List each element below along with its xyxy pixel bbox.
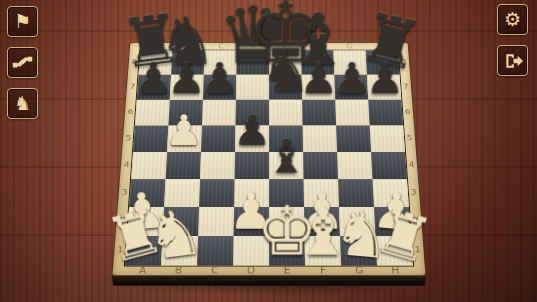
exit-icon [503, 51, 523, 71]
square-g7[interactable]: ♟ [334, 75, 368, 100]
file-label-c: C [196, 266, 232, 275]
piece-black-pawn[interactable]: ♟ [365, 57, 403, 100]
chess-board: ♜♞♛♚♝♜♟♟♟♞♟♟♟♟♟♝♟♟♟♟♜♞♚♝♞♜ 87654321 8765… [112, 43, 425, 276]
square-d4[interactable] [234, 152, 268, 179]
square-c4[interactable] [200, 152, 235, 179]
square-a6[interactable] [134, 100, 169, 126]
rank-label-4: 4 [122, 162, 131, 169]
resign-button[interactable]: ⚑ [7, 6, 38, 37]
square-g6[interactable] [335, 100, 369, 126]
piece-black-pawn[interactable]: ♟ [200, 57, 238, 100]
square-c5[interactable] [201, 126, 235, 152]
toolbar-right: ⚙ [497, 4, 528, 76]
file-label-top-b: B [172, 44, 204, 50]
piece-white-knight[interactable]: ♞ [142, 199, 206, 269]
square-d5[interactable]: ♟ [235, 126, 269, 152]
offer-draw-button[interactable] [7, 47, 38, 78]
flag-icon: ⚑ [14, 12, 31, 31]
square-b5[interactable]: ♟ [167, 126, 202, 152]
settings-button[interactable]: ⚙ [497, 4, 528, 35]
rank-label-8: 8 [130, 59, 138, 65]
square-b4[interactable] [165, 152, 200, 179]
square-f7[interactable]: ♟ [301, 75, 335, 100]
rank-label-4: 4 [407, 162, 416, 169]
square-e6[interactable] [269, 100, 303, 126]
file-label-a: A [124, 266, 161, 275]
square-e7[interactable]: ♞ [269, 75, 302, 100]
board-grid: ♜♞♛♚♝♜♟♟♟♞♟♟♟♟♟♝♟♟♟♟♜♞♚♝♞♜ [124, 50, 412, 265]
square-f5[interactable] [302, 126, 336, 152]
square-b7[interactable]: ♟ [169, 75, 203, 100]
file-label-g: G [341, 266, 377, 275]
square-c6[interactable] [201, 100, 235, 126]
file-label-h: H [377, 266, 414, 275]
square-b1[interactable]: ♞ [160, 236, 197, 266]
file-label-top-d: D [236, 44, 268, 50]
square-g4[interactable] [337, 152, 372, 179]
knight-icon: ♞ [14, 94, 31, 113]
rank-label-5: 5 [405, 135, 413, 142]
file-label-top-f: F [301, 44, 333, 50]
file-label-d: D [232, 266, 268, 275]
board-front-edge [111, 275, 426, 285]
toolbar-left: ⚑♞ [7, 6, 38, 119]
square-a4[interactable] [131, 152, 167, 179]
rank-label-7: 7 [128, 84, 136, 91]
square-f4[interactable] [303, 152, 338, 179]
file-label-top-e: E [269, 44, 301, 50]
exit-button[interactable] [497, 45, 528, 76]
file-label-f: F [305, 266, 341, 275]
square-a5[interactable] [133, 126, 168, 152]
file-label-top-h: H [365, 44, 397, 50]
square-h5[interactable] [369, 126, 404, 152]
file-label-top-g: G [333, 44, 365, 50]
square-a7[interactable]: ♟ [136, 75, 170, 100]
rank-label-7: 7 [401, 84, 409, 91]
piece-black-bishop[interactable]: ♝ [265, 133, 307, 180]
square-f6[interactable] [302, 100, 336, 126]
file-label-top-c: C [204, 44, 236, 50]
square-h7[interactable]: ♟ [366, 75, 400, 100]
square-h4[interactable] [371, 152, 407, 179]
rank-label-8: 8 [399, 59, 407, 65]
square-h6[interactable] [368, 100, 403, 126]
chess-app-screen: ♜♞♛♚♝♜♟♟♟♞♟♟♟♟♟♝♟♟♟♟♜♞♚♝♞♜ 87654321 8765… [0, 0, 537, 302]
hint-button[interactable]: ♞ [7, 88, 38, 119]
square-e4[interactable]: ♝ [269, 152, 303, 179]
piece-white-pawn[interactable]: ♟ [165, 110, 203, 152]
gear-icon: ⚙ [504, 10, 521, 29]
square-g5[interactable] [336, 126, 371, 152]
square-h1[interactable]: ♜ [375, 236, 413, 266]
rank-label-5: 5 [124, 135, 132, 142]
square-c7[interactable]: ♟ [202, 75, 236, 100]
rank-label-6: 6 [403, 109, 411, 116]
file-label-e: E [269, 266, 305, 275]
file-label-top-a: A [140, 44, 172, 50]
handshake-icon [12, 52, 33, 73]
file-label-b: B [160, 266, 196, 275]
rank-label-6: 6 [126, 109, 134, 116]
